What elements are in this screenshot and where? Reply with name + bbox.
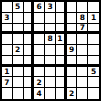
sudoku-cell[interactable] — [77, 67, 88, 78]
sudoku-cell[interactable] — [34, 67, 45, 78]
sudoku-cell[interactable]: 3 — [2, 13, 13, 24]
sudoku-cell[interactable] — [45, 13, 56, 24]
sudoku-cell[interactable] — [2, 24, 13, 35]
sudoku-cell[interactable] — [67, 56, 78, 67]
sudoku-cell[interactable] — [24, 67, 35, 78]
sudoku-cell[interactable] — [24, 34, 35, 45]
sudoku-cell[interactable]: 5 — [13, 2, 24, 13]
sudoku-cell[interactable] — [24, 24, 35, 35]
sudoku-cell[interactable] — [67, 77, 78, 88]
sudoku-cell[interactable]: 4 — [34, 88, 45, 99]
sudoku-cell[interactable] — [2, 34, 13, 45]
sudoku-cell[interactable] — [34, 34, 45, 45]
sudoku-cell[interactable] — [34, 24, 45, 35]
sudoku-cell[interactable] — [56, 13, 67, 24]
sudoku-cell[interactable] — [13, 34, 24, 45]
sudoku-cell[interactable] — [13, 13, 24, 24]
sudoku-cell[interactable] — [77, 2, 88, 13]
sudoku-cell[interactable] — [13, 56, 24, 67]
sudoku-cell[interactable] — [56, 2, 67, 13]
sudoku-cell[interactable] — [67, 34, 78, 45]
sudoku-cell[interactable] — [56, 88, 67, 99]
sudoku-cell[interactable] — [56, 24, 67, 35]
sudoku-cell[interactable] — [24, 13, 35, 24]
sudoku-cell[interactable]: 9 — [67, 45, 78, 56]
sudoku-cell[interactable] — [13, 77, 24, 88]
sudoku-cell[interactable] — [88, 77, 99, 88]
sudoku-cell[interactable] — [2, 56, 13, 67]
sudoku-cell[interactable] — [2, 2, 13, 13]
sudoku-cell[interactable] — [24, 88, 35, 99]
sudoku-cell[interactable]: 8 — [77, 13, 88, 24]
sudoku-cell[interactable] — [24, 77, 35, 88]
sudoku-cell[interactable] — [45, 77, 56, 88]
sudoku-cell[interactable]: 7 — [77, 24, 88, 35]
sudoku-cell[interactable] — [13, 24, 24, 35]
sudoku-cell[interactable] — [45, 56, 56, 67]
sudoku-cell[interactable] — [2, 88, 13, 99]
sudoku-cell[interactable] — [45, 24, 56, 35]
sudoku-cell[interactable] — [24, 45, 35, 56]
sudoku-cell[interactable]: 7 — [2, 77, 13, 88]
sudoku-cell[interactable] — [88, 34, 99, 45]
sudoku-cell[interactable]: 2 — [13, 45, 24, 56]
sudoku-cell[interactable] — [88, 24, 99, 35]
sudoku-cell[interactable] — [88, 45, 99, 56]
sudoku-cell[interactable]: 1 — [2, 67, 13, 78]
sudoku-cell[interactable] — [88, 2, 99, 13]
sudoku-cell[interactable]: 1 — [56, 34, 67, 45]
sudoku-cell[interactable]: 1 — [88, 13, 99, 24]
sudoku-cell[interactable] — [77, 77, 88, 88]
sudoku-cell[interactable] — [45, 67, 56, 78]
sudoku-cell[interactable] — [24, 56, 35, 67]
sudoku-cell[interactable] — [67, 13, 78, 24]
sudoku-cell[interactable] — [88, 88, 99, 99]
sudoku-cell[interactable] — [77, 34, 88, 45]
sudoku-cell[interactable] — [56, 67, 67, 78]
sudoku-cell[interactable] — [77, 88, 88, 99]
sudoku-cell[interactable]: 5 — [88, 67, 99, 78]
sudoku-cell[interactable] — [34, 56, 45, 67]
sudoku-cell[interactable] — [67, 2, 78, 13]
sudoku-cell[interactable] — [24, 2, 35, 13]
sudoku-cell[interactable] — [67, 67, 78, 78]
sudoku-cell[interactable] — [2, 45, 13, 56]
sudoku-cell[interactable] — [45, 45, 56, 56]
sudoku-cell[interactable]: 2 — [67, 88, 78, 99]
sudoku-cell[interactable] — [77, 45, 88, 56]
sudoku-cell[interactable] — [88, 56, 99, 67]
sudoku-cell[interactable]: 2 — [34, 77, 45, 88]
sudoku-cell[interactable] — [56, 77, 67, 88]
sudoku-cell[interactable] — [13, 88, 24, 99]
sudoku-cell[interactable] — [34, 45, 45, 56]
sudoku-cell[interactable] — [77, 56, 88, 67]
sudoku-cell[interactable] — [34, 13, 45, 24]
sudoku-cell[interactable] — [13, 67, 24, 78]
sudoku-cell[interactable] — [56, 56, 67, 67]
sudoku-cell[interactable]: 6 — [34, 2, 45, 13]
sudoku-board: 56338178129157242 — [0, 0, 101, 101]
sudoku-cell[interactable] — [67, 24, 78, 35]
sudoku-cell[interactable]: 8 — [45, 34, 56, 45]
sudoku-cell[interactable] — [45, 88, 56, 99]
sudoku-cell[interactable]: 3 — [45, 2, 56, 13]
sudoku-cell[interactable] — [56, 45, 67, 56]
